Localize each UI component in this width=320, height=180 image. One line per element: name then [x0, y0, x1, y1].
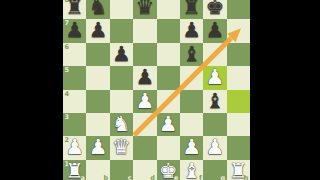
rank-label-5: 5 [65, 67, 70, 74]
square-g8[interactable]: ♚ [203, 0, 226, 19]
square-a3[interactable]: 3 [63, 113, 86, 136]
piece-black-pawn-b7[interactable]: ♟ [86, 19, 109, 42]
square-d4[interactable]: ♟ [133, 90, 156, 113]
file-label-g: g [220, 175, 225, 180]
square-b4[interactable] [86, 90, 109, 113]
square-b2[interactable]: ♟ [86, 136, 109, 159]
square-g1[interactable]: g [203, 160, 226, 180]
square-f8[interactable]: ♜ [180, 0, 203, 19]
chess-board[interactable]: 8♜♞♛♜♚7♟♟♟♟6♟♝5♟♟4♟♝3♞♟2♟♟♛♟♟1a♜bcde♚f♝g… [63, 0, 250, 180]
square-f6[interactable]: ♝ [180, 43, 203, 66]
square-h6[interactable] [227, 43, 250, 66]
square-h8[interactable] [227, 0, 250, 19]
piece-white-pawn-g2[interactable]: ♟ [203, 136, 226, 159]
square-h1[interactable]: h♜ [227, 160, 250, 180]
square-a6[interactable]: 6 [63, 43, 86, 66]
piece-black-knight-b8[interactable]: ♞ [86, 0, 109, 19]
letterbox-right [250, 0, 320, 180]
piece-white-bishop-f1[interactable]: ♝ [180, 160, 203, 180]
square-f4[interactable] [180, 90, 203, 113]
piece-black-rook-f8[interactable]: ♜ [180, 0, 203, 19]
square-f3[interactable] [180, 113, 203, 136]
square-a1[interactable]: 1a♜ [63, 160, 86, 180]
piece-white-queen-c2[interactable]: ♛ [110, 136, 133, 159]
square-c6[interactable]: ♟ [110, 43, 133, 66]
square-e3[interactable]: ♟ [157, 113, 180, 136]
square-a4[interactable]: 4 [63, 90, 86, 113]
square-f1[interactable]: f♝ [180, 160, 203, 180]
piece-white-pawn-a2[interactable]: ♟ [63, 136, 86, 159]
piece-black-pawn-c6[interactable]: ♟ [110, 43, 133, 66]
square-c3[interactable]: ♞ [110, 113, 133, 136]
square-d2[interactable] [133, 136, 156, 159]
rank-label-6: 6 [65, 44, 70, 51]
square-b3[interactable] [86, 113, 109, 136]
square-c1[interactable]: c [110, 160, 133, 180]
letterbox-left [0, 0, 63, 180]
file-label-d: d [150, 175, 155, 180]
rank-label-3: 3 [65, 114, 70, 121]
square-d5[interactable]: ♟ [133, 66, 156, 89]
board-grid[interactable]: 8♜♞♛♜♚7♟♟♟♟6♟♝5♟♟4♟♝3♞♟2♟♟♛♟♟1a♜bcde♚f♝g… [63, 0, 250, 180]
square-d3[interactable] [133, 113, 156, 136]
square-f5[interactable] [180, 66, 203, 89]
square-b5[interactable] [86, 66, 109, 89]
square-e7[interactable] [157, 19, 180, 42]
square-c2[interactable]: ♛ [110, 136, 133, 159]
piece-white-pawn-e3[interactable]: ♟ [157, 113, 180, 136]
piece-black-queen-d8[interactable]: ♛ [133, 0, 156, 19]
square-b6[interactable] [86, 43, 109, 66]
square-a8[interactable]: 8♜ [63, 0, 86, 19]
square-b7[interactable]: ♟ [86, 19, 109, 42]
piece-white-pawn-g5[interactable]: ♟ [203, 66, 226, 89]
square-f2[interactable]: ♟ [180, 136, 203, 159]
piece-white-pawn-d4[interactable]: ♟ [133, 90, 156, 113]
piece-black-pawn-a7[interactable]: ♟ [63, 19, 86, 42]
square-b1[interactable]: b [86, 160, 109, 180]
square-g4[interactable]: ♝ [203, 90, 226, 113]
file-label-b: b [104, 175, 109, 180]
piece-black-king-g8[interactable]: ♚ [203, 0, 226, 19]
piece-white-pawn-b2[interactable]: ♟ [86, 136, 109, 159]
piece-white-rook-h1[interactable]: ♜ [227, 160, 250, 180]
piece-black-pawn-d5[interactable]: ♟ [133, 66, 156, 89]
piece-white-rook-a1[interactable]: ♜ [63, 160, 86, 180]
square-e1[interactable]: e♚ [157, 160, 180, 180]
piece-black-pawn-f7[interactable]: ♟ [180, 19, 203, 42]
piece-black-pawn-g7[interactable]: ♟ [203, 19, 226, 42]
square-a2[interactable]: 2♟ [63, 136, 86, 159]
square-a5[interactable]: 5 [63, 66, 86, 89]
square-e5[interactable] [157, 66, 180, 89]
square-g5[interactable]: ♟ [203, 66, 226, 89]
square-c8[interactable] [110, 0, 133, 19]
piece-black-rook-a8[interactable]: ♜ [63, 0, 86, 19]
square-h3[interactable] [227, 113, 250, 136]
square-f7[interactable]: ♟ [180, 19, 203, 42]
square-g7[interactable]: ♟ [203, 19, 226, 42]
square-g3[interactable] [203, 113, 226, 136]
square-e8[interactable] [157, 0, 180, 19]
screenshot-canvas: 8♜♞♛♜♚7♟♟♟♟6♟♝5♟♟4♟♝3♞♟2♟♟♛♟♟1a♜bcde♚f♝g… [0, 0, 320, 180]
square-g6[interactable] [203, 43, 226, 66]
square-d8[interactable]: ♛ [133, 0, 156, 19]
square-c5[interactable] [110, 66, 133, 89]
piece-white-pawn-f2[interactable]: ♟ [180, 136, 203, 159]
piece-white-knight-c3[interactable]: ♞ [110, 113, 133, 136]
square-g2[interactable]: ♟ [203, 136, 226, 159]
piece-black-bishop-f6[interactable]: ♝ [180, 43, 203, 66]
square-h2[interactable] [227, 136, 250, 159]
square-e4[interactable] [157, 90, 180, 113]
square-c4[interactable] [110, 90, 133, 113]
rank-label-4: 4 [65, 91, 70, 98]
square-h7[interactable] [227, 19, 250, 42]
square-d1[interactable]: d [133, 160, 156, 180]
square-a7[interactable]: 7♟ [63, 19, 86, 42]
square-d7[interactable] [133, 19, 156, 42]
square-b8[interactable]: ♞ [86, 0, 109, 19]
square-e2[interactable] [157, 136, 180, 159]
piece-white-king-e1[interactable]: ♚ [157, 160, 180, 180]
file-label-c: c [128, 175, 132, 180]
square-h4[interactable] [227, 90, 250, 113]
piece-black-bishop-g4[interactable]: ♝ [203, 90, 226, 113]
square-h5[interactable] [227, 66, 250, 89]
square-c7[interactable] [110, 19, 133, 42]
square-d6[interactable] [133, 43, 156, 66]
square-e6[interactable] [157, 43, 180, 66]
